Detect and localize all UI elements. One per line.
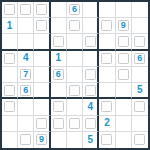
- cell-r5c1[interactable]: [2, 67, 18, 83]
- given-digit: 1: [7, 21, 13, 31]
- cell-r8c1[interactable]: [2, 116, 18, 132]
- sudoku-board: 61941676654295: [0, 0, 150, 150]
- cell-r2c1[interactable]: 1: [2, 18, 18, 34]
- cell-r8c6[interactable]: [83, 116, 99, 132]
- marked-square: 7: [20, 69, 31, 80]
- cell-r4c4[interactable]: 1: [51, 51, 67, 67]
- marked-square: [69, 85, 80, 96]
- marked-square: [118, 36, 129, 47]
- cell-r7c6[interactable]: 4: [83, 99, 99, 115]
- marked-square: [53, 101, 64, 112]
- screenshot-stage: 61941676654295: [0, 0, 150, 150]
- marked-square: [101, 101, 112, 112]
- cell-r4c3[interactable]: [34, 51, 50, 67]
- cell-r1c9[interactable]: [132, 2, 148, 18]
- marked-square: [118, 53, 129, 64]
- cell-r1c2[interactable]: [18, 2, 34, 18]
- cell-r3c8[interactable]: [116, 34, 132, 50]
- cell-r9c8[interactable]: [116, 132, 132, 148]
- cell-r7c3[interactable]: [34, 99, 50, 115]
- cell-r2c5[interactable]: [67, 18, 83, 34]
- cell-r6c7[interactable]: [99, 83, 115, 99]
- cell-r2c8[interactable]: 9: [116, 18, 132, 34]
- marked-square: [36, 118, 47, 129]
- given-digit: 4: [87, 102, 93, 112]
- marked-square: [69, 118, 80, 129]
- cell-r9c9[interactable]: [132, 132, 148, 148]
- marked-square: [101, 53, 112, 64]
- cell-r5c8[interactable]: [116, 67, 132, 83]
- marked-square: [134, 101, 145, 112]
- cell-r4c6[interactable]: [83, 51, 99, 67]
- cell-r1c5[interactable]: 6: [67, 2, 83, 18]
- cell-r4c1[interactable]: [2, 51, 18, 67]
- given-digit: 6: [72, 5, 77, 14]
- cell-r4c2[interactable]: 4: [18, 51, 34, 67]
- given-digit: 2: [104, 118, 110, 128]
- cell-r9c2[interactable]: [18, 132, 34, 148]
- cell-r2c9[interactable]: [132, 18, 148, 34]
- marked-square: [85, 85, 96, 96]
- cell-r5c4[interactable]: 6: [51, 67, 67, 83]
- marked-square: [85, 118, 96, 129]
- given-digit: 6: [137, 54, 142, 63]
- marked-square: [85, 69, 96, 80]
- cell-r3c7[interactable]: [99, 34, 115, 50]
- given-digit: 4: [23, 53, 29, 63]
- cell-r9c6[interactable]: 5: [83, 132, 99, 148]
- cell-r3c6[interactable]: [83, 34, 99, 50]
- cell-r3c4[interactable]: [51, 34, 67, 50]
- cell-r1c3[interactable]: [34, 2, 50, 18]
- cell-r3c9[interactable]: [132, 34, 148, 50]
- cell-r8c2[interactable]: [18, 116, 34, 132]
- cell-r5c2[interactable]: 7: [18, 67, 34, 83]
- marked-square: 9: [36, 134, 47, 145]
- given-digit: 5: [87, 135, 93, 145]
- cell-r3c2[interactable]: [18, 34, 34, 50]
- cell-r9c5[interactable]: [67, 132, 83, 148]
- given-digit: 9: [39, 135, 44, 144]
- cell-r2c4[interactable]: [51, 18, 67, 34]
- cell-r4c8[interactable]: [116, 51, 132, 67]
- cell-r3c5[interactable]: [67, 34, 83, 50]
- cell-r8c4[interactable]: [51, 116, 67, 132]
- cell-r6c2[interactable]: 6: [18, 83, 34, 99]
- cell-r1c6[interactable]: [83, 2, 99, 18]
- marked-square: [36, 20, 47, 31]
- marked-square: [4, 101, 15, 112]
- cell-r7c5[interactable]: [67, 99, 83, 115]
- cell-r6c5[interactable]: [67, 83, 83, 99]
- cell-r6c8[interactable]: [116, 83, 132, 99]
- cell-r9c1[interactable]: [2, 132, 18, 148]
- cell-r5c6[interactable]: [83, 67, 99, 83]
- marked-square: [4, 4, 15, 15]
- marked-square: [118, 69, 129, 80]
- given-digit: 5: [137, 85, 143, 95]
- cell-r9c7[interactable]: [99, 132, 115, 148]
- cell-r1c4[interactable]: [51, 2, 67, 18]
- marked-square: 9: [118, 20, 129, 31]
- marked-square: 6: [53, 69, 64, 80]
- cell-r2c2[interactable]: [18, 18, 34, 34]
- marked-square: 6: [134, 53, 145, 64]
- given-digit: 9: [121, 21, 126, 30]
- given-digit: 6: [56, 70, 61, 79]
- cell-r6c4[interactable]: [51, 83, 67, 99]
- cell-r7c8[interactable]: [116, 99, 132, 115]
- given-digit: 7: [23, 70, 28, 79]
- given-digit: 6: [23, 86, 28, 95]
- cell-r2c7[interactable]: [99, 18, 115, 34]
- cell-r7c7[interactable]: [99, 99, 115, 115]
- cell-r6c1[interactable]: [2, 83, 18, 99]
- given-digit: 1: [55, 53, 61, 63]
- marked-square: [101, 20, 112, 31]
- marked-square: [53, 36, 64, 47]
- cell-r2c6[interactable]: [83, 18, 99, 34]
- cell-r5c3[interactable]: [34, 67, 50, 83]
- marked-square: [134, 134, 145, 145]
- cell-r2c3[interactable]: [34, 18, 50, 34]
- marked-square: [4, 53, 15, 64]
- cell-r9c3[interactable]: 9: [34, 132, 50, 148]
- marked-square: [4, 85, 15, 96]
- cell-r4c7[interactable]: [99, 51, 115, 67]
- cell-r6c6[interactable]: [83, 83, 99, 99]
- cell-r6c9[interactable]: 5: [132, 83, 148, 99]
- marked-square: [101, 134, 112, 145]
- marked-square: 6: [69, 4, 80, 15]
- marked-square: [85, 36, 96, 47]
- cell-r4c5[interactable]: [67, 51, 83, 67]
- cell-r8c7[interactable]: 2: [99, 116, 115, 132]
- marked-square: [69, 20, 80, 31]
- cell-r4c9[interactable]: 6: [132, 51, 148, 67]
- cell-r1c1[interactable]: [2, 2, 18, 18]
- cell-r5c9[interactable]: [132, 67, 148, 83]
- marked-square: [20, 134, 31, 145]
- cell-r5c7[interactable]: [99, 67, 115, 83]
- marked-square: [36, 4, 47, 15]
- marked-square: [20, 4, 31, 15]
- cell-r8c3[interactable]: [34, 116, 50, 132]
- cell-r8c9[interactable]: [132, 116, 148, 132]
- cell-r7c4[interactable]: [51, 99, 67, 115]
- cell-r8c8[interactable]: [116, 116, 132, 132]
- cell-r3c1[interactable]: [2, 34, 18, 50]
- cell-r5c5[interactable]: [67, 67, 83, 83]
- cell-r6c3[interactable]: [34, 83, 50, 99]
- marked-square: [134, 36, 145, 47]
- cell-r1c8[interactable]: [116, 2, 132, 18]
- cell-r1c7[interactable]: [99, 2, 115, 18]
- cell-r7c9[interactable]: [132, 99, 148, 115]
- cell-r7c2[interactable]: [18, 99, 34, 115]
- cell-r3c3[interactable]: [34, 34, 50, 50]
- cell-r9c4[interactable]: [51, 132, 67, 148]
- marked-square: 6: [20, 85, 31, 96]
- cell-r8c5[interactable]: [67, 116, 83, 132]
- cell-r7c1[interactable]: [2, 99, 18, 115]
- marked-square: [53, 118, 64, 129]
